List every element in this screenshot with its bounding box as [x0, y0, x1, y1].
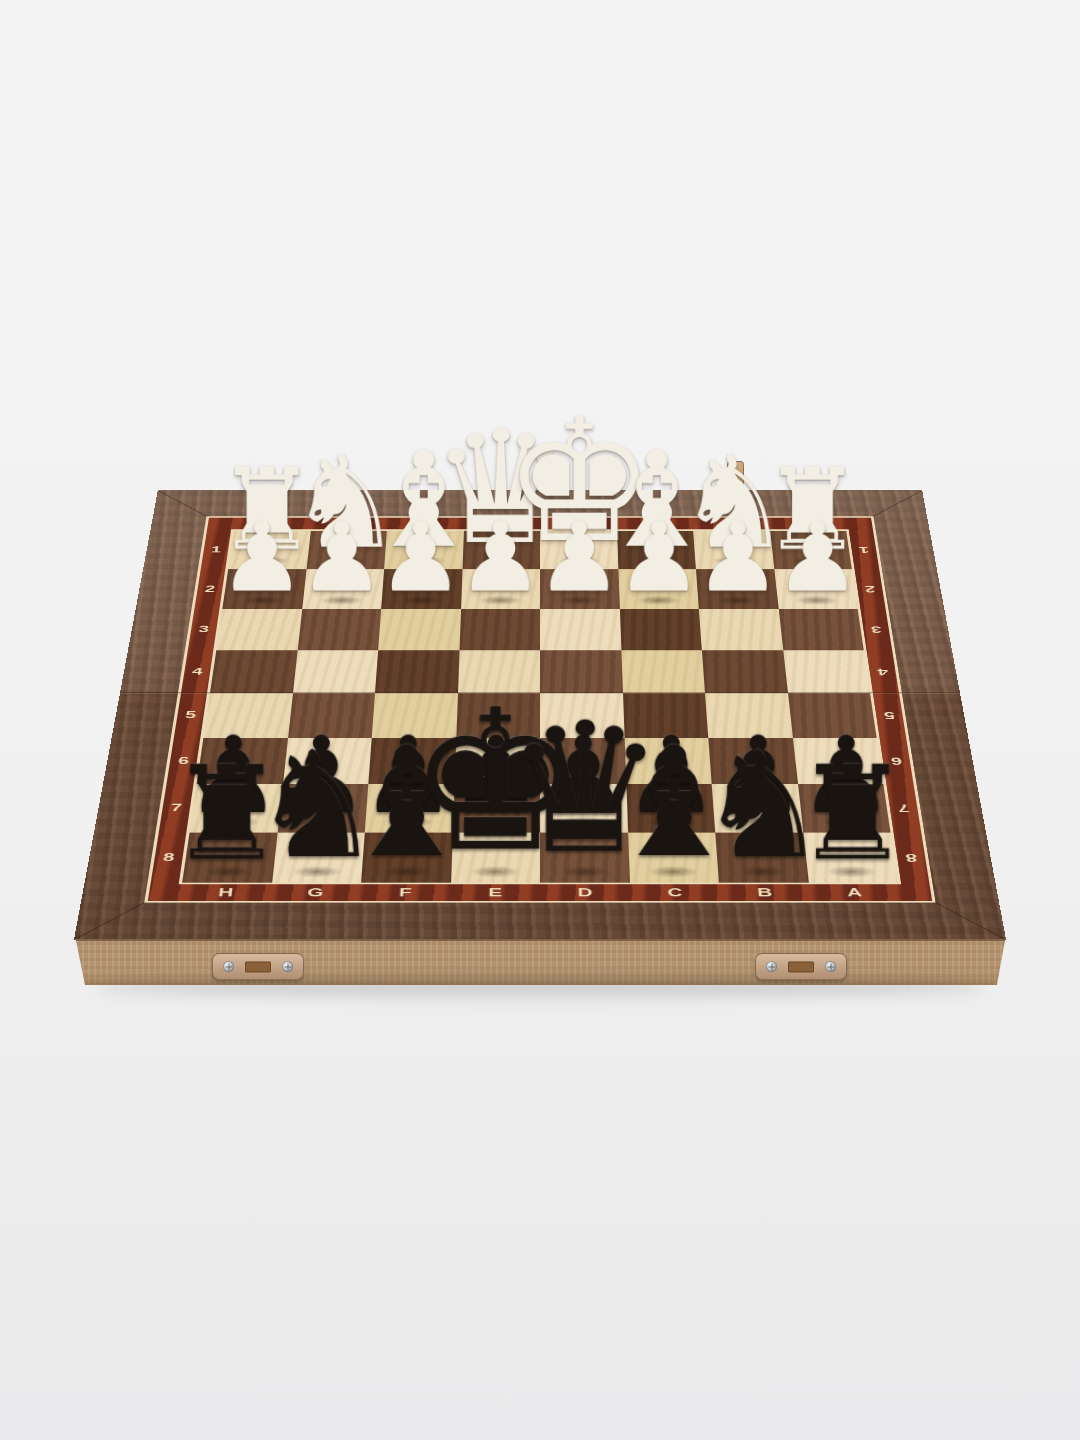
square-a4[interactable] — [783, 650, 870, 693]
clasp-slot — [788, 961, 814, 972]
square-a1[interactable] — [770, 531, 852, 569]
square-h2[interactable] — [222, 569, 306, 609]
square-a3[interactable] — [778, 609, 863, 650]
file-label-bottom-B: B — [719, 884, 810, 900]
file-label-bottom-E: E — [450, 884, 540, 900]
square-d1[interactable] — [540, 531, 618, 569]
piece-cell-a8: ♜ — [803, 832, 898, 882]
square-f3[interactable] — [378, 609, 460, 650]
file-label-bottom-A: A — [809, 884, 901, 900]
square-d3[interactable] — [540, 609, 621, 650]
frame-miter-line — [933, 901, 1006, 940]
square-a2[interactable] — [774, 569, 858, 609]
square-f1[interactable] — [384, 531, 463, 569]
chess-board: ♜♞♝♛♚♝♞♜♟♟♟♟♟♟♟♟♟♟♟♟♟♟♟♟♜♞♝♚♛♝♞♜11223344… — [74, 490, 1006, 940]
square-g4[interactable] — [293, 650, 379, 693]
square-g2[interactable] — [302, 569, 384, 609]
square-c1[interactable] — [617, 531, 696, 569]
square-b2[interactable] — [696, 569, 778, 609]
frame-miter-line — [73, 901, 146, 940]
file-label-bottom-D: D — [540, 884, 630, 900]
screw-icon — [766, 961, 777, 972]
square-h1[interactable] — [228, 531, 310, 569]
square-f2[interactable] — [381, 569, 462, 609]
square-e1[interactable] — [462, 531, 540, 569]
square-e3[interactable] — [459, 609, 540, 650]
clasp-slot — [245, 961, 271, 972]
square-b1[interactable] — [693, 531, 774, 569]
screw-icon — [825, 961, 836, 972]
square-g3[interactable] — [297, 609, 381, 650]
screw-icon — [282, 961, 293, 972]
square-h4[interactable] — [210, 650, 297, 693]
file-label-bottom-C: C — [630, 884, 721, 900]
file-label-bottom-F: F — [360, 884, 451, 900]
square-g1[interactable] — [306, 531, 387, 569]
frame-miter-line — [157, 490, 208, 517]
square-b3[interactable] — [699, 609, 783, 650]
square-e2[interactable] — [461, 569, 540, 609]
photo-page: ♜♞♝♛♚♝♞♜♟♟♟♟♟♟♟♟♟♟♟♟♟♟♟♟♜♞♝♚♛♝♞♜11223344… — [0, 0, 1080, 1440]
piece-black-rook-a8[interactable]: ♜ — [794, 749, 910, 879]
square-b4[interactable] — [702, 650, 788, 693]
frame-miter-line — [872, 490, 923, 517]
square-h3[interactable] — [216, 609, 301, 650]
front-clasp-left — [212, 953, 304, 980]
square-c3[interactable] — [619, 609, 701, 650]
screw-icon — [223, 961, 234, 972]
square-c2[interactable] — [618, 569, 699, 609]
file-label-bottom-H: H — [180, 884, 272, 900]
front-clasp-right — [755, 953, 847, 980]
square-d2[interactable] — [540, 569, 619, 609]
file-label-bottom-G: G — [270, 884, 361, 900]
